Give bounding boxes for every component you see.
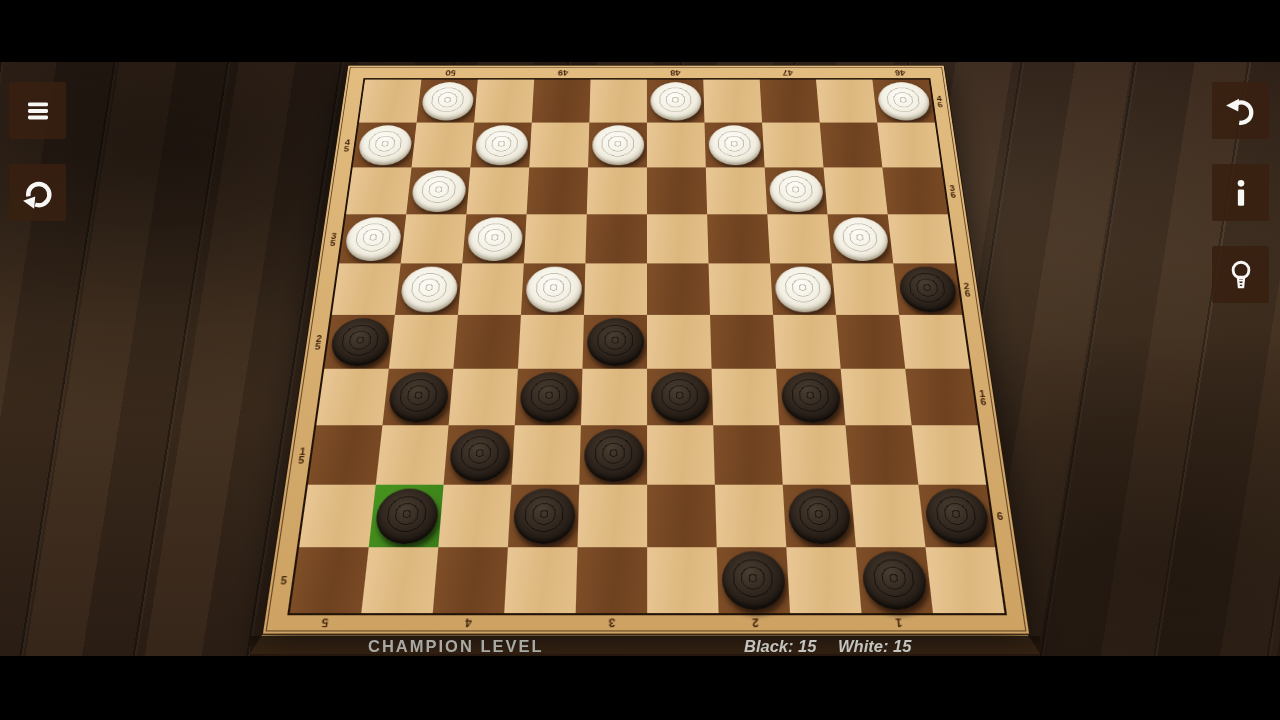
board-square-9[interactable]: [508, 485, 579, 548]
board-square-28[interactable]: [647, 263, 710, 314]
board-square-39[interactable]: [527, 167, 588, 214]
white-piece-34[interactable]: [466, 217, 523, 261]
board-square-light: [851, 485, 926, 548]
frame-label: 2: [741, 614, 769, 630]
board-square-21[interactable]: [836, 315, 905, 369]
board-square-46[interactable]: [872, 80, 934, 123]
board-square-light: [712, 369, 780, 426]
frame-label: 47: [776, 68, 798, 78]
board-square-light: [816, 80, 877, 123]
board-square-light: [647, 425, 715, 484]
letterbox-top: [0, 0, 1280, 62]
white-piece-46[interactable]: [876, 82, 932, 120]
board-square-5[interactable]: [290, 547, 369, 613]
menu-button[interactable]: [9, 82, 66, 139]
white-piece-45[interactable]: [356, 125, 413, 165]
frame-label: 25: [307, 329, 329, 355]
draughts-board: 504948474654321453525155463626166: [262, 65, 1031, 635]
board-square-47[interactable]: [760, 80, 820, 123]
board-square-light: [466, 167, 529, 214]
board-square-49[interactable]: [532, 80, 591, 123]
restart-button[interactable]: [9, 164, 66, 221]
board-square-4[interactable]: [433, 547, 508, 613]
board-square-light: [925, 547, 1004, 613]
black-piece-14[interactable]: [448, 428, 511, 481]
board-square-light: [715, 485, 786, 548]
board-square-25[interactable]: [324, 315, 395, 369]
board-square-light: [359, 80, 421, 123]
board-grid: [290, 80, 1005, 614]
white-piece-31[interactable]: [831, 217, 889, 261]
board-square-light: [767, 214, 831, 263]
board-square-light: [773, 315, 841, 369]
letterbox-bottom: [0, 656, 1280, 720]
board-square-light: [587, 167, 647, 214]
board-square-45[interactable]: [353, 123, 417, 168]
board-square-light: [376, 425, 449, 484]
frame-label: 46: [929, 91, 948, 111]
board-square-48[interactable]: [647, 80, 705, 123]
info-button[interactable]: [1212, 164, 1269, 221]
board-square-13[interactable]: [579, 425, 647, 484]
board-square-30[interactable]: [395, 263, 462, 314]
frame-label: 5: [310, 614, 339, 630]
board-square-light: [703, 80, 762, 123]
frame-label: 26: [956, 277, 977, 301]
hint-button[interactable]: [1212, 246, 1269, 303]
board-square-42[interactable]: [704, 123, 764, 168]
board-square-light: [647, 123, 706, 168]
white-piece-48[interactable]: [650, 82, 701, 120]
board-square-43[interactable]: [588, 123, 647, 168]
white-piece-29[interactable]: [525, 266, 582, 312]
board-square-19[interactable]: [515, 369, 583, 426]
board-square-light: [438, 485, 511, 548]
board-square-8[interactable]: [647, 485, 717, 548]
board-square-2[interactable]: [717, 547, 790, 613]
frame-label: 6: [987, 501, 1011, 531]
white-piece-30[interactable]: [399, 266, 459, 312]
frame-label: 16: [971, 383, 994, 410]
board-square-24[interactable]: [453, 315, 521, 369]
board-square-18[interactable]: [647, 369, 713, 426]
board-square-26[interactable]: [893, 263, 962, 314]
board-square-light: [578, 485, 648, 548]
board-square-light: [458, 263, 524, 314]
black-piece-18[interactable]: [651, 372, 710, 422]
frame-label: 49: [552, 68, 574, 78]
black-piece-23[interactable]: [586, 318, 643, 366]
board-square-22[interactable]: [710, 315, 776, 369]
restart-icon: [16, 171, 60, 215]
board-square-light: [332, 263, 401, 314]
board-square-23[interactable]: [582, 315, 647, 369]
board-square-14[interactable]: [444, 425, 515, 484]
black-piece-17[interactable]: [780, 372, 842, 422]
frame-label: 45: [337, 134, 357, 155]
board-square-light: [647, 315, 712, 369]
white-piece-35[interactable]: [343, 217, 403, 261]
board-square-light: [389, 315, 458, 369]
app-screen: 504948474654321453525155463626166 CHAMPI…: [0, 0, 1280, 720]
board-square-light: [361, 547, 438, 613]
board-square-light: [316, 369, 389, 426]
board-square-light: [412, 123, 475, 168]
board-square-32[interactable]: [707, 214, 770, 263]
frame-label: 3: [597, 614, 625, 630]
black-count-label: Black: 15: [744, 637, 816, 656]
white-piece-50[interactable]: [420, 82, 474, 120]
board-square-31[interactable]: [828, 214, 894, 263]
board-square-35[interactable]: [339, 214, 406, 263]
board-square-20[interactable]: [382, 369, 453, 426]
board-square-29[interactable]: [521, 263, 585, 314]
board-square-38[interactable]: [647, 167, 707, 214]
board-square-light: [584, 263, 647, 314]
black-piece-2[interactable]: [721, 551, 786, 610]
hamburger-icon: [18, 91, 58, 131]
level-label: CHAMPION LEVEL: [368, 637, 544, 656]
info-icon: [1221, 173, 1261, 213]
board-frame: 504948474654321453525155463626166: [262, 65, 1031, 635]
board-square-light: [524, 214, 587, 263]
black-piece-19[interactable]: [519, 372, 579, 422]
white-count-label: White: 15: [838, 637, 911, 656]
board-square-17[interactable]: [776, 369, 845, 426]
white-piece-42[interactable]: [708, 125, 761, 165]
undo-button[interactable]: [1212, 82, 1269, 139]
board-square-50[interactable]: [417, 80, 478, 123]
frame-label: 4: [454, 614, 482, 630]
board-square-37[interactable]: [765, 167, 828, 214]
black-piece-9[interactable]: [512, 488, 575, 544]
board-square-3[interactable]: [576, 547, 647, 613]
black-piece-26[interactable]: [897, 266, 958, 312]
board-square-light: [299, 485, 376, 548]
board-square-27[interactable]: [770, 263, 836, 314]
frame-label: 36: [942, 180, 962, 202]
black-piece-1[interactable]: [860, 551, 929, 610]
white-piece-27[interactable]: [774, 266, 833, 312]
status-bar: CHAMPION LEVEL Black: 15 White: 15: [250, 636, 1040, 656]
board-square-light: [786, 547, 861, 613]
board-square-light: [589, 80, 647, 123]
board-square-light: [823, 167, 887, 214]
board-square-11[interactable]: [845, 425, 918, 484]
white-piece-43[interactable]: [591, 125, 643, 165]
board-square-light: [779, 425, 850, 484]
frame-label: 46: [888, 68, 911, 78]
board-square-light: [706, 167, 768, 214]
board-square-10[interactable]: [369, 485, 444, 548]
board-square-light: [504, 547, 577, 613]
board-square-light: [449, 369, 518, 426]
board-square-light: [841, 369, 912, 426]
board-square-light: [762, 123, 823, 168]
board-square-12[interactable]: [713, 425, 783, 484]
black-piece-7[interactable]: [787, 488, 852, 544]
white-piece-40[interactable]: [410, 170, 467, 212]
board-square-light: [518, 315, 584, 369]
black-piece-13[interactable]: [583, 428, 643, 481]
undo-arrow-icon: [1219, 89, 1263, 133]
board-square-light: [511, 425, 580, 484]
lightbulb-icon: [1220, 254, 1262, 296]
white-piece-44[interactable]: [474, 125, 529, 165]
board-square-6[interactable]: [918, 485, 995, 548]
frame-label: 48: [664, 68, 686, 78]
board-square-36[interactable]: [882, 167, 948, 214]
frame-label: 35: [323, 227, 344, 250]
board-square-light: [888, 214, 955, 263]
frame-label: 50: [439, 68, 461, 78]
white-piece-37[interactable]: [768, 170, 824, 212]
frame-label: 15: [290, 441, 313, 469]
board-square-light: [581, 369, 647, 426]
board-square-1[interactable]: [856, 547, 933, 613]
black-piece-25[interactable]: [328, 318, 391, 366]
board-square-light: [529, 123, 589, 168]
board-square-41[interactable]: [820, 123, 883, 168]
board-square-light: [709, 263, 774, 314]
board-square-light: [647, 214, 709, 263]
board-square-light: [474, 80, 534, 123]
board-square-light: [401, 214, 467, 263]
board-square-15[interactable]: [308, 425, 383, 484]
board-square-light: [647, 547, 718, 613]
board-square-light: [346, 167, 411, 214]
black-piece-20[interactable]: [386, 372, 449, 422]
board-square-33[interactable]: [585, 214, 647, 263]
board-square-light: [877, 123, 941, 168]
black-piece-6[interactable]: [923, 488, 991, 544]
board-square-light: [912, 425, 987, 484]
board-square-40[interactable]: [406, 167, 470, 214]
black-piece-10[interactable]: [373, 488, 440, 544]
board-square-light: [899, 315, 970, 369]
board-square-7[interactable]: [783, 485, 856, 548]
frame-label: 1: [884, 614, 913, 630]
board-square-44[interactable]: [470, 123, 531, 168]
board-square-light: [832, 263, 899, 314]
board-square-34[interactable]: [462, 214, 526, 263]
board-square-16[interactable]: [905, 369, 978, 426]
